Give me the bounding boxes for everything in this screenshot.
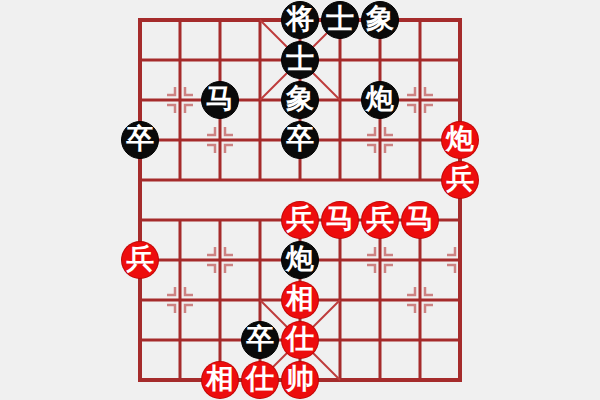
piece-glyph: 炮: [286, 245, 314, 273]
piece-red-elephant[interactable]: 相: [201, 361, 239, 399]
piece-glyph: 相: [286, 285, 314, 313]
piece-glyph: 帅: [286, 365, 314, 393]
piece-black-horse[interactable]: 马: [201, 81, 239, 119]
piece-glyph: 象: [286, 85, 314, 113]
piece-red-cannon[interactable]: 炮: [441, 121, 479, 159]
piece-glyph: 象: [366, 5, 394, 33]
piece-glyph: 马: [406, 205, 434, 233]
piece-glyph: 士: [326, 5, 354, 33]
piece-red-horse[interactable]: 马: [401, 201, 439, 239]
piece-glyph: 兵: [126, 245, 154, 273]
piece-black-pawn[interactable]: 卒: [241, 321, 279, 359]
xiangqi-board: 将士象士马象炮卒卒炮卒炮兵兵马兵马兵相仕相仕帅: [0, 0, 600, 400]
piece-red-pawn[interactable]: 兵: [121, 241, 159, 279]
piece-glyph: 兵: [286, 205, 314, 233]
piece-glyph: 仕: [286, 325, 314, 353]
piece-red-advisor[interactable]: 仕: [241, 361, 279, 399]
piece-red-horse[interactable]: 马: [321, 201, 359, 239]
piece-red-elephant[interactable]: 相: [281, 281, 319, 319]
piece-glyph: 兵: [446, 165, 474, 193]
piece-glyph: 卒: [286, 125, 314, 153]
piece-glyph: 将: [286, 5, 314, 33]
piece-red-pawn[interactable]: 兵: [361, 201, 399, 239]
piece-red-pawn[interactable]: 兵: [441, 161, 479, 199]
piece-black-advisor[interactable]: 士: [281, 41, 319, 79]
piece-black-pawn[interactable]: 卒: [281, 121, 319, 159]
piece-black-cannon[interactable]: 炮: [361, 81, 399, 119]
piece-red-advisor[interactable]: 仕: [281, 321, 319, 359]
piece-black-general[interactable]: 将: [281, 1, 319, 39]
piece-black-elephant[interactable]: 象: [361, 1, 399, 39]
piece-glyph: 马: [326, 205, 354, 233]
piece-glyph: 马: [206, 85, 234, 113]
piece-black-elephant[interactable]: 象: [281, 81, 319, 119]
piece-black-pawn[interactable]: 卒: [121, 121, 159, 159]
piece-glyph: 士: [286, 45, 314, 73]
piece-red-pawn[interactable]: 兵: [281, 201, 319, 239]
piece-glyph: 仕: [246, 365, 274, 393]
piece-glyph: 卒: [126, 125, 154, 153]
piece-glyph: 相: [206, 365, 234, 393]
piece-glyph: 炮: [446, 125, 474, 153]
piece-red-general[interactable]: 帅: [281, 361, 319, 399]
piece-glyph: 卒: [246, 325, 274, 353]
piece-black-cannon[interactable]: 炮: [281, 241, 319, 279]
piece-glyph: 炮: [366, 85, 394, 113]
pieces-layer: 将士象士马象炮卒卒炮卒炮兵兵马兵马兵相仕相仕帅: [0, 0, 600, 400]
piece-glyph: 兵: [366, 205, 394, 233]
piece-black-advisor[interactable]: 士: [321, 1, 359, 39]
